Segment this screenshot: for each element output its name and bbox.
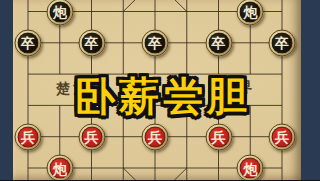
piece-black-soldier[interactable]: 卒 — [142, 29, 169, 56]
piece-glyph: 兵 — [145, 126, 166, 147]
piece-glyph: 卒 — [208, 32, 229, 53]
piece-red-cannon[interactable]: 炮 — [237, 155, 264, 181]
piece-black-soldier[interactable]: 卒 — [205, 29, 232, 56]
piece-red-cannon[interactable]: 炮 — [46, 155, 73, 181]
piece-black-soldier[interactable]: 卒 — [15, 29, 42, 56]
piece-glyph: 炮 — [240, 158, 261, 179]
piece-red-soldier[interactable]: 兵 — [15, 123, 42, 150]
piece-glyph: 兵 — [272, 126, 293, 147]
piece-glyph: 卒 — [81, 32, 102, 53]
piece-glyph: 兵 — [208, 126, 229, 147]
piece-red-soldier[interactable]: 兵 — [205, 123, 232, 150]
piece-red-soldier[interactable]: 兵 — [142, 123, 169, 150]
piece-black-cannon[interactable]: 炮 — [237, 0, 264, 25]
piece-glyph: 兵 — [18, 126, 39, 147]
piece-glyph: 炮 — [49, 158, 70, 179]
piece-black-soldier[interactable]: 卒 — [269, 29, 296, 56]
piece-glyph: 卒 — [145, 32, 166, 53]
piece-red-soldier[interactable]: 兵 — [269, 123, 296, 150]
piece-black-soldier[interactable]: 卒 — [78, 29, 105, 56]
piece-black-cannon[interactable]: 炮 — [46, 0, 73, 25]
piece-glyph: 兵 — [81, 126, 102, 147]
xiangqi-app-frame: 楚河 漢界 炮炮卒卒卒卒卒兵兵兵兵兵炮炮 卧薪尝胆 — [0, 0, 320, 180]
overlay-title-text: 卧薪尝胆 — [75, 69, 251, 124]
piece-glyph: 炮 — [49, 1, 70, 22]
piece-glyph: 炮 — [240, 1, 261, 22]
piece-glyph: 卒 — [272, 32, 293, 53]
piece-red-soldier[interactable]: 兵 — [78, 123, 105, 150]
piece-glyph: 卒 — [18, 32, 39, 53]
